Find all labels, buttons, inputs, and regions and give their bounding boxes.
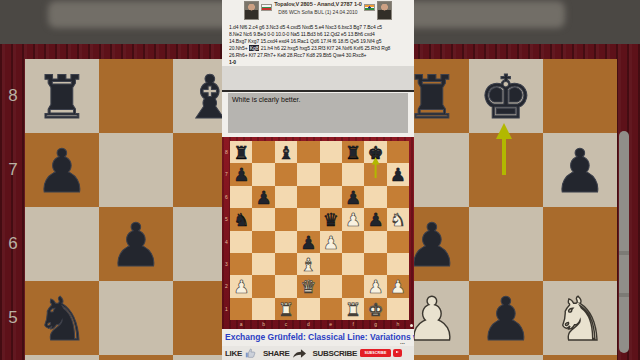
subscribe-label: SUBSCRIBE bbox=[313, 349, 357, 358]
square-a7: ♟ bbox=[230, 163, 252, 185]
square-d3: ♝ bbox=[297, 253, 319, 275]
bg-square-g4 bbox=[469, 355, 543, 360]
piece-d2: ♛ bbox=[297, 275, 319, 297]
square-f5: ♟ bbox=[342, 208, 364, 230]
move-line: 14.Bxg7 Kxg7 15.cxd4 exd4 16.Rac1 Qd6 17… bbox=[229, 38, 409, 45]
action-bar: LIKE SHARE SUBSCRIBE SUBSCRIBE bbox=[222, 346, 414, 360]
square-b7 bbox=[252, 163, 274, 185]
bg-square-b7 bbox=[99, 133, 173, 207]
square-d4: ♟ bbox=[297, 231, 319, 253]
chess-board: ♜♝♜♚♟♟♟♟♞♛♟♟♞♟♟♝♟♛♟♟♜♜♚ bbox=[230, 141, 409, 320]
annotation-box: White is clearly better. bbox=[228, 93, 408, 133]
square-e1 bbox=[320, 298, 342, 320]
move-line: 8.Ne2 Nc6 9.Be3 0-0 10.0-0 Na5 11.Bd3 b6… bbox=[229, 31, 409, 38]
square-c5 bbox=[275, 208, 297, 230]
file-labels: abcdefgh bbox=[230, 321, 409, 328]
square-h2: ♟ bbox=[387, 275, 409, 297]
bg-piece-h7: ♟ bbox=[543, 133, 617, 207]
square-d1 bbox=[297, 298, 319, 320]
title-ellipsis: ... bbox=[400, 339, 405, 345]
piece-f8: ♜ bbox=[342, 141, 364, 163]
video-frame: ♜♝♜♚♟♟♟♟♞♛♟♟♞♟♟ 8765 Topalov,V 2805 - An… bbox=[0, 0, 640, 360]
bulgaria-flag-icon bbox=[261, 4, 272, 11]
square-b8 bbox=[252, 141, 274, 163]
square-f4 bbox=[342, 231, 364, 253]
annotation-text: White is clearly better. bbox=[228, 93, 408, 103]
square-h8 bbox=[387, 141, 409, 163]
square-h7: ♟ bbox=[387, 163, 409, 185]
thumbs-up-icon[interactable] bbox=[245, 348, 256, 358]
result-line: 1-0 bbox=[229, 59, 409, 66]
move-line: 26.Rh6+ Kf7 27.Rh7+ Ke8 28.Rcc7 Kd8 29.B… bbox=[229, 52, 409, 59]
subscribe-button[interactable]: SUBSCRIBE bbox=[360, 349, 391, 357]
black-player-photo bbox=[377, 1, 392, 20]
bg-rank-label-5: 5 bbox=[4, 281, 22, 355]
bg-square-g6 bbox=[469, 207, 543, 281]
piece-a2: ♟ bbox=[230, 275, 252, 297]
selected-move: Kg8 bbox=[249, 45, 260, 51]
bg-square-b8 bbox=[99, 59, 173, 133]
bg-rank-label-7: 7 bbox=[4, 133, 22, 207]
video-title: Exchange Grünfeld: Classical Line: Varia… bbox=[222, 329, 414, 342]
bg-rank-label-8: 8 bbox=[4, 59, 22, 133]
bg-square-a4 bbox=[25, 355, 99, 360]
bg-piece-b6: ♟ bbox=[99, 207, 173, 281]
piece-d3: ♝ bbox=[297, 253, 319, 275]
move-line: 1.d4 Nf6 2.c4 g6 3.Nc3 d5 4.cxd5 Nxd5 5.… bbox=[229, 24, 409, 31]
square-e6 bbox=[320, 186, 342, 208]
square-g5: ♟ bbox=[364, 208, 386, 230]
bg-square-a5: ♞ bbox=[25, 281, 99, 355]
bg-piece-a7: ♟ bbox=[25, 133, 99, 207]
square-g7 bbox=[364, 163, 386, 185]
square-c2 bbox=[275, 275, 297, 297]
video-title-bar: Exchange Grünfeld: Classical Line: Varia… bbox=[222, 329, 414, 346]
square-g3 bbox=[364, 253, 386, 275]
share-arrow-icon[interactable] bbox=[293, 349, 306, 358]
square-a6 bbox=[230, 186, 252, 208]
bg-piece-h5: ♞ bbox=[543, 281, 617, 355]
event-line: D86 WCh Sofia BUL (1) 24.04.2010 bbox=[274, 9, 362, 15]
square-a2: ♟ bbox=[230, 275, 252, 297]
move-line: 20.Nh5+ Kg8 21.h4 h6 22.hxg5 hxg5 23.Rf3… bbox=[229, 45, 409, 52]
square-d8 bbox=[297, 141, 319, 163]
bg-square-g5: ♟ bbox=[469, 281, 543, 355]
bg-piece-a8: ♜ bbox=[25, 59, 99, 133]
bg-piece-g8: ♚ bbox=[469, 59, 543, 133]
bg-square-h4 bbox=[543, 355, 617, 360]
piece-h5: ♞ bbox=[387, 208, 409, 230]
piece-f6: ♟ bbox=[342, 186, 364, 208]
square-c1: ♜ bbox=[275, 298, 297, 320]
square-e7 bbox=[320, 163, 342, 185]
bg-square-b5 bbox=[99, 281, 173, 355]
piece-f1: ♜ bbox=[342, 298, 364, 320]
notation-spacer bbox=[222, 66, 414, 90]
bg-square-h8 bbox=[543, 59, 617, 133]
bg-square-g8: ♚ bbox=[469, 59, 543, 133]
bg-square-h7: ♟ bbox=[543, 133, 617, 207]
game-header: Topalov,V 2805 - Anand,V 2787 1-0 D86 WC… bbox=[222, 1, 414, 20]
square-a8: ♜ bbox=[230, 141, 252, 163]
piece-h2: ♟ bbox=[387, 275, 409, 297]
panel-divider bbox=[222, 90, 414, 92]
rank-labels: 87654321 bbox=[223, 141, 230, 320]
square-b4 bbox=[252, 231, 274, 253]
square-f3 bbox=[342, 253, 364, 275]
square-f7 bbox=[342, 163, 364, 185]
bg-square-h6 bbox=[543, 207, 617, 281]
square-a4 bbox=[230, 231, 252, 253]
piece-f5: ♟ bbox=[342, 208, 364, 230]
notation-panel: Topalov,V 2805 - Anand,V 2787 1-0 D86 WC… bbox=[222, 0, 414, 137]
square-g6 bbox=[364, 186, 386, 208]
square-c6 bbox=[275, 186, 297, 208]
square-h5: ♞ bbox=[387, 208, 409, 230]
move-list: 1.d4 Nf6 2.c4 g6 3.Nc3 d5 4.cxd5 Nxd5 5.… bbox=[229, 24, 409, 65]
square-a5: ♞ bbox=[230, 208, 252, 230]
square-g2: ♟ bbox=[364, 275, 386, 297]
piece-c8: ♝ bbox=[275, 141, 297, 163]
square-c4 bbox=[275, 231, 297, 253]
square-a3 bbox=[230, 253, 252, 275]
bg-piece-g5: ♟ bbox=[469, 281, 543, 355]
piece-g5: ♟ bbox=[364, 208, 386, 230]
youtube-icon[interactable] bbox=[393, 349, 402, 357]
india-flag-icon bbox=[364, 4, 375, 11]
piece-a8: ♜ bbox=[230, 141, 252, 163]
square-b6: ♟ bbox=[252, 186, 274, 208]
bg-square-h5: ♞ bbox=[543, 281, 617, 355]
square-g4 bbox=[364, 231, 386, 253]
piece-e5: ♛ bbox=[320, 208, 342, 230]
piece-e4: ♟ bbox=[320, 231, 342, 253]
square-f1: ♜ bbox=[342, 298, 364, 320]
header-text: Topalov,V 2805 - Anand,V 2787 1-0 D86 WC… bbox=[274, 1, 362, 15]
square-e3 bbox=[320, 253, 342, 275]
bg-square-a8: ♜ bbox=[25, 59, 99, 133]
square-h6 bbox=[387, 186, 409, 208]
square-b2 bbox=[252, 275, 274, 297]
square-c3 bbox=[275, 253, 297, 275]
square-e2 bbox=[320, 275, 342, 297]
chess-board-frame: 87654321 abcdefgh ♜♝♜♚♟♟♟♟♞♛♟♟♞♟♟♝♟♛♟♟♜♜… bbox=[222, 137, 414, 329]
piece-a5: ♞ bbox=[230, 208, 252, 230]
square-f2 bbox=[342, 275, 364, 297]
square-h4 bbox=[387, 231, 409, 253]
square-d7 bbox=[297, 163, 319, 185]
square-g1: ♚ bbox=[364, 298, 386, 320]
white-player-photo bbox=[244, 1, 259, 20]
resize-handle-dot bbox=[410, 324, 413, 327]
square-d5 bbox=[297, 208, 319, 230]
piece-b6: ♟ bbox=[252, 186, 274, 208]
piece-g8: ♚ bbox=[364, 141, 386, 163]
square-b1 bbox=[252, 298, 274, 320]
bg-square-b4 bbox=[99, 355, 173, 360]
square-d2: ♛ bbox=[297, 275, 319, 297]
square-g8: ♚ bbox=[364, 141, 386, 163]
square-a1 bbox=[230, 298, 252, 320]
bg-square-a7: ♟ bbox=[25, 133, 99, 207]
piece-g1: ♚ bbox=[364, 298, 386, 320]
piece-a7: ♟ bbox=[230, 163, 252, 185]
bg-rank-label-6: 6 bbox=[4, 207, 22, 281]
bg-square-b6: ♟ bbox=[99, 207, 173, 281]
square-b5 bbox=[252, 208, 274, 230]
square-h1 bbox=[387, 298, 409, 320]
square-e4: ♟ bbox=[320, 231, 342, 253]
square-h3 bbox=[387, 253, 409, 275]
game-result: 1-0 bbox=[354, 1, 362, 7]
piece-c1: ♜ bbox=[275, 298, 297, 320]
like-button[interactable]: LIKE bbox=[225, 349, 242, 358]
background-scrollbar bbox=[619, 131, 629, 353]
bg-square-a6 bbox=[25, 207, 99, 281]
square-d6 bbox=[297, 186, 319, 208]
square-f6: ♟ bbox=[342, 186, 364, 208]
piece-g2: ♟ bbox=[364, 275, 386, 297]
square-c8: ♝ bbox=[275, 141, 297, 163]
piece-d4: ♟ bbox=[297, 231, 319, 253]
square-f8: ♜ bbox=[342, 141, 364, 163]
square-c7 bbox=[275, 163, 297, 185]
square-e8 bbox=[320, 141, 342, 163]
square-b3 bbox=[252, 253, 274, 275]
bg-piece-a5: ♞ bbox=[25, 281, 99, 355]
players-names: Topalov,V 2805 - Anand,V 2787 bbox=[274, 1, 352, 7]
piece-h7: ♟ bbox=[387, 163, 409, 185]
bg-square-g7 bbox=[469, 133, 543, 207]
square-e5: ♛ bbox=[320, 208, 342, 230]
share-button[interactable]: SHARE bbox=[263, 349, 290, 358]
